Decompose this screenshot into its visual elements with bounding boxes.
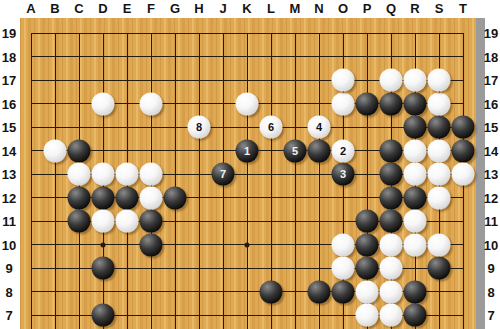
stone-black-F10[interactable] — [140, 233, 163, 256]
stone-white-S10[interactable] — [428, 233, 451, 256]
stone-white-E11[interactable] — [116, 210, 139, 233]
column-label-E: E — [123, 2, 132, 15]
stone-black-S15[interactable] — [428, 116, 451, 139]
move-number-7: 7 — [220, 169, 226, 180]
move-number-6: 6 — [268, 122, 274, 133]
column-label-R: R — [410, 2, 419, 15]
grid-line-col-M — [295, 33, 296, 329]
stone-white-R10[interactable] — [404, 233, 427, 256]
stone-black-R15[interactable] — [404, 116, 427, 139]
move-number-2: 2 — [340, 145, 346, 156]
stone-black-C12[interactable] — [68, 186, 91, 209]
stone-white-F13[interactable] — [140, 163, 163, 186]
row-label-right-12: 12 — [484, 191, 498, 204]
stone-black-D9[interactable] — [92, 257, 115, 280]
row-label-right-15: 15 — [484, 121, 498, 134]
column-label-H: H — [194, 2, 203, 15]
row-label-left-16: 16 — [2, 97, 16, 110]
column-label-P: P — [363, 2, 372, 15]
stone-black-P16[interactable] — [356, 92, 379, 115]
row-label-right-10: 10 — [484, 238, 498, 251]
row-label-left-10: 10 — [2, 238, 16, 251]
row-label-right-18: 18 — [484, 50, 498, 63]
go-board[interactable]: ABCDEFGHJKLMNOPQRST191918181717161615151… — [0, 0, 500, 329]
grid-line-row-18 — [31, 56, 464, 57]
row-label-right-13: 13 — [484, 168, 498, 181]
column-label-B: B — [50, 2, 59, 15]
stone-black-D7[interactable] — [92, 304, 115, 327]
stone-black-J13[interactable]: 7 — [212, 163, 235, 186]
stone-black-Q11[interactable] — [380, 210, 403, 233]
stone-white-R11[interactable] — [404, 210, 427, 233]
stone-white-F12[interactable] — [140, 186, 163, 209]
row-label-left-12: 12 — [2, 191, 16, 204]
stone-white-D11[interactable] — [92, 210, 115, 233]
column-label-K: K — [242, 2, 251, 15]
stone-black-P11[interactable] — [356, 210, 379, 233]
stone-white-Q17[interactable] — [380, 69, 403, 92]
stone-black-L8[interactable] — [260, 280, 283, 303]
stone-white-Q7[interactable] — [380, 304, 403, 327]
row-label-left-19: 19 — [2, 27, 16, 40]
row-label-left-8: 8 — [5, 285, 12, 298]
grid-line-col-G — [175, 33, 176, 329]
stone-black-O13[interactable]: 3 — [332, 163, 355, 186]
stone-white-R13[interactable] — [404, 163, 427, 186]
stone-white-Q10[interactable] — [380, 233, 403, 256]
grid-line-col-B — [55, 33, 56, 329]
row-label-right-9: 9 — [487, 262, 494, 275]
stone-white-S14[interactable] — [428, 139, 451, 162]
stone-black-P10[interactable] — [356, 233, 379, 256]
row-label-right-8: 8 — [487, 285, 494, 298]
column-label-A: A — [26, 2, 35, 15]
row-label-left-18: 18 — [2, 50, 16, 63]
stone-black-T15[interactable] — [452, 116, 475, 139]
row-label-right-19: 19 — [484, 27, 498, 40]
column-label-C: C — [74, 2, 83, 15]
column-label-Q: Q — [386, 2, 396, 15]
stone-white-K16[interactable] — [236, 92, 259, 115]
column-label-D: D — [98, 2, 107, 15]
move-number-1: 1 — [244, 145, 250, 156]
stone-black-R12[interactable] — [404, 186, 427, 209]
row-label-right-11: 11 — [484, 215, 498, 228]
stone-black-R8[interactable] — [404, 280, 427, 303]
row-label-right-14: 14 — [484, 144, 498, 157]
row-label-left-13: 13 — [2, 168, 16, 181]
column-label-N: N — [314, 2, 323, 15]
star-point-D10 — [101, 242, 106, 247]
stone-white-O9[interactable] — [332, 257, 355, 280]
move-number-5: 5 — [292, 145, 298, 156]
stone-black-D12[interactable] — [92, 186, 115, 209]
column-label-O: O — [338, 2, 348, 15]
stone-black-T14[interactable] — [452, 139, 475, 162]
stone-black-N8[interactable] — [308, 280, 331, 303]
stone-black-O8[interactable] — [332, 280, 355, 303]
stone-white-B14[interactable] — [44, 139, 67, 162]
stone-black-Q13[interactable] — [380, 163, 403, 186]
column-label-F: F — [147, 2, 155, 15]
stone-white-R14[interactable] — [404, 139, 427, 162]
stone-white-O10[interactable] — [332, 233, 355, 256]
star-point-K10 — [245, 242, 250, 247]
grid-line-row-15 — [31, 127, 464, 128]
stone-black-F11[interactable] — [140, 210, 163, 233]
stone-white-P7[interactable] — [356, 304, 379, 327]
stone-white-O16[interactable] — [332, 92, 355, 115]
row-label-left-9: 9 — [5, 262, 12, 275]
stone-black-Q12[interactable] — [380, 186, 403, 209]
column-label-G: G — [170, 2, 180, 15]
stone-white-E13[interactable] — [116, 163, 139, 186]
row-label-left-11: 11 — [2, 215, 16, 228]
stone-black-C11[interactable] — [68, 210, 91, 233]
stone-black-K14[interactable]: 1 — [236, 139, 259, 162]
stone-white-S17[interactable] — [428, 69, 451, 92]
move-number-3: 3 — [340, 169, 346, 180]
stone-black-G12[interactable] — [164, 186, 187, 209]
column-label-L: L — [267, 2, 275, 15]
stone-white-S16[interactable] — [428, 92, 451, 115]
column-label-M: M — [290, 2, 301, 15]
move-number-8: 8 — [196, 122, 202, 133]
row-label-left-14: 14 — [2, 144, 16, 157]
stone-black-E12[interactable] — [116, 186, 139, 209]
stone-white-F16[interactable] — [140, 92, 163, 115]
stone-black-S9[interactable] — [428, 257, 451, 280]
stone-white-R17[interactable] — [404, 69, 427, 92]
stone-white-O14[interactable]: 2 — [332, 139, 355, 162]
row-label-right-16: 16 — [484, 97, 498, 110]
stone-black-N14[interactable] — [308, 139, 331, 162]
grid-line-col-H — [199, 33, 200, 329]
grid-line-row-19 — [31, 33, 464, 34]
stone-white-Q8[interactable] — [380, 280, 403, 303]
stone-white-Q9[interactable] — [380, 257, 403, 280]
stone-white-H15[interactable]: 8 — [188, 116, 211, 139]
stone-black-Q14[interactable] — [380, 139, 403, 162]
stone-white-S12[interactable] — [428, 186, 451, 209]
stone-white-D13[interactable] — [92, 163, 115, 186]
move-number-4: 4 — [316, 122, 322, 133]
row-label-right-7: 7 — [487, 309, 494, 322]
stone-black-R7[interactable] — [404, 304, 427, 327]
stone-white-L15[interactable]: 6 — [260, 116, 283, 139]
row-label-left-17: 17 — [2, 74, 16, 87]
stone-white-S13[interactable] — [428, 163, 451, 186]
stone-black-R16[interactable] — [404, 92, 427, 115]
grid-line-col-A — [31, 33, 32, 329]
stone-black-M14[interactable]: 5 — [284, 139, 307, 162]
column-label-J: J — [219, 2, 226, 15]
stone-white-T13[interactable] — [452, 163, 475, 186]
stone-black-P9[interactable] — [356, 257, 379, 280]
stone-white-O17[interactable] — [332, 69, 355, 92]
column-label-T: T — [459, 2, 467, 15]
stone-black-C14[interactable] — [68, 139, 91, 162]
stone-white-P8[interactable] — [356, 280, 379, 303]
stone-white-N15[interactable]: 4 — [308, 116, 331, 139]
stone-white-D16[interactable] — [92, 92, 115, 115]
row-label-left-15: 15 — [2, 121, 16, 134]
column-label-S: S — [435, 2, 444, 15]
stone-white-C13[interactable] — [68, 163, 91, 186]
row-label-right-17: 17 — [484, 74, 498, 87]
row-label-left-7: 7 — [5, 309, 12, 322]
grid-line-col-K — [247, 33, 248, 329]
stone-black-Q16[interactable] — [380, 92, 403, 115]
